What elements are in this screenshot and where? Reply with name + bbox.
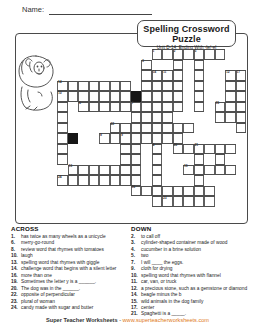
- grid-gap: [141, 144, 152, 155]
- clue-text: candy made with sugar and butter: [21, 305, 123, 311]
- grid-gap: [236, 144, 247, 155]
- cell-number: 4: [152, 143, 154, 147]
- page-title: Spelling Crossword Puzzle: [138, 24, 235, 44]
- cell-number: 7: [131, 101, 133, 105]
- puzzle-cell[interactable]: [131, 112, 142, 123]
- cell-number: 1: [152, 49, 154, 53]
- grid-gap: [89, 196, 100, 207]
- grid-gap: [236, 154, 247, 165]
- cell-number: 22: [110, 122, 114, 126]
- puzzle-cell[interactable]: 11: [162, 70, 173, 81]
- grid-gap: [236, 49, 247, 60]
- puzzle-cell[interactable]: [57, 144, 68, 155]
- grid-gap: [215, 70, 226, 81]
- puzzle-cell[interactable]: 15: [215, 102, 226, 113]
- puzzle-cell[interactable]: 5: [194, 49, 205, 60]
- grid-gap: [99, 186, 110, 197]
- puzzle-cell[interactable]: 12: [225, 70, 236, 81]
- worksheet-page: { "worksheet": { "name_label": "Name:", …: [0, 0, 255, 330]
- puzzle-cell[interactable]: [215, 165, 226, 176]
- puzzle-cell[interactable]: [152, 196, 163, 207]
- puzzle-cell[interactable]: [173, 186, 184, 197]
- black-cell: [68, 133, 79, 144]
- clue-number: 24.: [11, 305, 21, 311]
- puzzle-cell[interactable]: [194, 186, 205, 197]
- grid-gap: [57, 70, 68, 81]
- footer: Super Teacher Worksheets - www.superteac…: [0, 317, 255, 323]
- grid-gap: [141, 154, 152, 165]
- puzzle-cell[interactable]: [120, 154, 131, 165]
- puzzle-cell[interactable]: [120, 81, 131, 92]
- puzzle-cell[interactable]: [141, 70, 152, 81]
- cell-number: 21: [194, 143, 198, 147]
- grid-gap: [78, 186, 89, 197]
- grid-gap: [183, 112, 194, 123]
- grid-gap: [78, 144, 89, 155]
- grid-gap: [141, 196, 152, 207]
- puzzle-cell[interactable]: 23: [162, 196, 173, 207]
- puzzle-cell[interactable]: [110, 91, 121, 102]
- grid-gap: [57, 49, 68, 60]
- grid-gap: [204, 81, 215, 92]
- puzzle-cell[interactable]: [183, 49, 194, 60]
- cell-number: 19: [184, 164, 188, 168]
- grid-gap: [225, 49, 236, 60]
- grid-gap: [173, 165, 184, 176]
- puzzle-cell[interactable]: [152, 81, 163, 92]
- puzzle-cell[interactable]: [152, 186, 163, 197]
- puzzle-cell[interactable]: [215, 112, 226, 123]
- puzzle-cell[interactable]: [110, 102, 121, 113]
- grid-gap: [141, 49, 152, 60]
- puzzle-cell[interactable]: [120, 175, 131, 186]
- puzzle-cell[interactable]: [173, 133, 184, 144]
- puzzle-cell[interactable]: [173, 81, 184, 92]
- grid-gap: [225, 196, 236, 207]
- grid-gap: [215, 133, 226, 144]
- grid-gap: [215, 175, 226, 186]
- puzzle-cell[interactable]: [99, 165, 110, 176]
- grid-gap: [183, 175, 194, 186]
- puzzle-cell[interactable]: [194, 60, 205, 71]
- puzzle-cell[interactable]: [204, 196, 215, 207]
- puzzle-cell[interactable]: [173, 123, 184, 134]
- cell-number: 8: [100, 133, 102, 137]
- grid-gap: [110, 49, 121, 60]
- puzzle-cell[interactable]: 22: [110, 123, 121, 134]
- down-clues: DOWN 2.to call off3.cylinder-shaped cont…: [131, 225, 249, 318]
- across-clues: ACROSS 1.has twice as many wheels as a u…: [11, 225, 123, 311]
- puzzle-cell[interactable]: [173, 102, 184, 113]
- grid-gap: [110, 112, 121, 123]
- grid-gap: [57, 196, 68, 207]
- grid-gap: [183, 91, 194, 102]
- grid-gap: [215, 123, 226, 134]
- puzzle-cell[interactable]: [68, 91, 79, 102]
- puzzle-cell[interactable]: [215, 154, 226, 165]
- grid-gap: [78, 49, 89, 60]
- grid-gap: [204, 112, 215, 123]
- puzzle-cell[interactable]: [162, 102, 173, 113]
- puzzle-cell[interactable]: [183, 123, 194, 134]
- cell-number: 10: [58, 91, 62, 95]
- puzzle-cell[interactable]: [141, 102, 152, 113]
- puzzle-cell[interactable]: [131, 165, 142, 176]
- puzzle-cell[interactable]: [194, 165, 205, 176]
- grid-gap: [89, 144, 100, 155]
- puzzle-cell[interactable]: [89, 81, 100, 92]
- puzzle-cell[interactable]: 17: [236, 70, 247, 81]
- puzzle-cell[interactable]: [236, 123, 247, 134]
- puzzle-cell[interactable]: [194, 196, 205, 207]
- grid-gap: [173, 112, 184, 123]
- puzzle-cell[interactable]: [173, 91, 184, 102]
- puzzle-cell[interactable]: 3: [141, 60, 152, 71]
- grid-gap: [131, 196, 142, 207]
- cell-number: 6: [79, 101, 81, 105]
- puzzle-cell[interactable]: 4: [152, 144, 163, 155]
- puzzle-cell[interactable]: [236, 102, 247, 113]
- puzzle-cell[interactable]: [131, 144, 142, 155]
- cell-number: 3: [142, 59, 144, 63]
- grid-gap: [183, 154, 194, 165]
- puzzle-cell[interactable]: [225, 112, 236, 123]
- grid-gap: [110, 196, 121, 207]
- grid-gap: [99, 196, 110, 207]
- puzzle-cell[interactable]: [183, 196, 194, 207]
- puzzle-cell[interactable]: [215, 49, 226, 60]
- cell-number: 23: [163, 196, 167, 200]
- grid-gap: [89, 60, 100, 71]
- grid-gap: [141, 175, 152, 186]
- grid-gap: [204, 60, 215, 71]
- grid-gap: [225, 133, 236, 144]
- grid-gap: [120, 186, 131, 197]
- grid-gap: [215, 81, 226, 92]
- puzzle-cell[interactable]: [131, 154, 142, 165]
- grid-gap: [57, 186, 68, 197]
- puzzle-cell[interactable]: [152, 154, 163, 165]
- grid-gap: [225, 123, 236, 134]
- puzzle-cell[interactable]: [120, 91, 131, 102]
- puzzle-cell[interactable]: [141, 123, 152, 134]
- puzzle-cell[interactable]: 7: [131, 102, 142, 113]
- grid-gap: [57, 60, 68, 71]
- puzzle-cell[interactable]: [120, 102, 131, 113]
- grid-gap: [204, 133, 215, 144]
- grid-gap: [89, 49, 100, 60]
- puzzle-cell[interactable]: [162, 133, 173, 144]
- grid-gap: [131, 49, 142, 60]
- grid-gap: [236, 175, 247, 186]
- puzzle-cell[interactable]: [236, 81, 247, 92]
- grid-gap: [183, 102, 194, 113]
- puzzle-cell[interactable]: [99, 175, 110, 186]
- grid-gap: [162, 154, 173, 165]
- puzzle-cell[interactable]: 24: [57, 175, 68, 186]
- puzzle-cell[interactable]: [131, 175, 142, 186]
- puzzle-cell[interactable]: [152, 102, 163, 113]
- puzzle-cell[interactable]: 8: [99, 133, 110, 144]
- grid-gap: [183, 81, 194, 92]
- puzzle-cell[interactable]: [204, 49, 215, 60]
- grid-gap: [215, 186, 226, 197]
- puzzle-cell[interactable]: [78, 175, 89, 186]
- grid-gap: [78, 133, 89, 144]
- puzzle-cell[interactable]: [162, 123, 173, 134]
- puzzle-cell[interactable]: [57, 154, 68, 165]
- puzzle-cell[interactable]: [194, 154, 205, 165]
- puzzle-cell[interactable]: [131, 123, 142, 134]
- grid-gap: [110, 186, 121, 197]
- puzzle-cell[interactable]: [120, 165, 131, 176]
- puzzle-cell[interactable]: [120, 123, 131, 134]
- black-cell: [131, 91, 142, 102]
- grid-gap: [204, 175, 215, 186]
- puzzle-cell[interactable]: 16: [131, 186, 142, 197]
- puzzle-cell[interactable]: [141, 81, 152, 92]
- grid-gap: [236, 196, 247, 207]
- grid-gap: [99, 70, 110, 81]
- puzzle-cell[interactable]: 19: [183, 165, 194, 176]
- grid-gap: [78, 112, 89, 123]
- grid-gap: [162, 144, 173, 155]
- puzzle-cell[interactable]: [78, 81, 89, 92]
- grid-gap: [99, 123, 110, 134]
- puzzle-cell[interactable]: [173, 196, 184, 207]
- puzzle-cell[interactable]: [194, 81, 205, 92]
- cell-number: 5: [194, 49, 196, 53]
- grid-gap: [68, 186, 79, 197]
- grid-gap: [162, 60, 173, 71]
- grid-gap: [110, 154, 121, 165]
- grid-gap: [236, 165, 247, 176]
- cell-number: 9: [121, 133, 123, 137]
- puzzle-cell[interactable]: [225, 102, 236, 113]
- grid-gap: [120, 196, 131, 207]
- puzzle-cell[interactable]: [78, 165, 89, 176]
- grid-gap: [183, 60, 194, 71]
- cell-number: 11: [163, 70, 167, 74]
- grid-gap: [68, 112, 79, 123]
- grid-gap: [204, 91, 215, 102]
- puzzle-cell[interactable]: [225, 144, 236, 155]
- puzzle-cell[interactable]: [57, 133, 68, 144]
- puzzle-cell[interactable]: [162, 49, 173, 60]
- down-header: DOWN: [131, 225, 249, 232]
- puzzle-cell[interactable]: [162, 186, 173, 197]
- crossword-grid: 125314111217141067152289420211319241623: [57, 49, 247, 207]
- puzzle-cell[interactable]: [173, 70, 184, 81]
- grid-gap: [68, 123, 79, 134]
- grid-gap: [68, 70, 79, 81]
- puzzle-cell[interactable]: 9: [120, 133, 131, 144]
- puzzle-cell[interactable]: [215, 144, 226, 155]
- cell-number: 24: [58, 175, 62, 179]
- grid-gap: [194, 123, 205, 134]
- puzzle-cell[interactable]: [152, 133, 163, 144]
- puzzle-cell[interactable]: 13: [68, 165, 79, 176]
- title-box: Spelling Crossword Puzzle Unit D-14: End…: [137, 20, 236, 47]
- puzzle-cell[interactable]: [152, 91, 163, 102]
- puzzle-cell[interactable]: [204, 186, 215, 197]
- puzzle-cell[interactable]: [194, 70, 205, 81]
- grid-gap: [183, 70, 194, 81]
- grid-gap: [225, 60, 236, 71]
- grid-gap: [162, 175, 173, 186]
- grid-gap: [215, 60, 226, 71]
- puzzle-cell[interactable]: 6: [78, 102, 89, 113]
- puzzle-cell[interactable]: [225, 165, 236, 176]
- name-label: Name:: [22, 5, 44, 14]
- grid-gap: [183, 133, 194, 144]
- puzzle-cell[interactable]: 14: [152, 70, 163, 81]
- puzzle-cell[interactable]: [120, 144, 131, 155]
- puzzle-cell[interactable]: [141, 91, 152, 102]
- grid-gap: [173, 175, 184, 186]
- grid-gap: [225, 186, 236, 197]
- grid-gap: [89, 123, 100, 134]
- puzzle-cell[interactable]: [183, 186, 194, 197]
- puzzle-cell[interactable]: [99, 102, 110, 113]
- cell-number: 15: [215, 101, 219, 105]
- puzzle-cell[interactable]: 14: [57, 81, 68, 92]
- grid-gap: [131, 70, 142, 81]
- grid-gap: [68, 144, 79, 155]
- puzzle-cell[interactable]: [141, 133, 152, 144]
- cell-number: 20: [173, 143, 177, 147]
- grid-gap: [89, 133, 100, 144]
- puzzle-cell[interactable]: [236, 91, 247, 102]
- cell-number: 13: [68, 164, 72, 168]
- puzzle-cell[interactable]: [225, 81, 236, 92]
- puzzle-cell[interactable]: [152, 112, 163, 123]
- puzzle-cell[interactable]: [162, 81, 173, 92]
- puzzle-cell[interactable]: [57, 112, 68, 123]
- puzzle-cell[interactable]: [183, 144, 194, 155]
- grid-gap: [120, 112, 131, 123]
- cell-number: 14: [152, 70, 156, 74]
- puzzle-cell[interactable]: [141, 112, 152, 123]
- puzzle-cell[interactable]: [236, 112, 247, 123]
- name-input-line[interactable]: [49, 13, 152, 15]
- puzzle-cell[interactable]: [204, 165, 215, 176]
- grid-gap: [162, 165, 173, 176]
- grid-gap: [152, 60, 163, 71]
- grid-gap: [89, 154, 100, 165]
- grid-gap: [78, 60, 89, 71]
- puzzle-cell[interactable]: 1: [152, 49, 163, 60]
- footer-brand: Super Teacher Worksheets: [46, 317, 118, 323]
- grid-gap: [78, 123, 89, 134]
- grid-gap: [173, 154, 184, 165]
- puzzle-cell[interactable]: [162, 112, 173, 123]
- puzzle-cell[interactable]: 10: [57, 91, 68, 102]
- grid-gap: [120, 70, 131, 81]
- grid-gap: [99, 49, 110, 60]
- grid-gap: [99, 154, 110, 165]
- puzzle-cell[interactable]: [204, 144, 215, 155]
- puzzle-cell[interactable]: [110, 81, 121, 92]
- puzzle-cell[interactable]: [89, 102, 100, 113]
- puzzle-cell[interactable]: [152, 123, 163, 134]
- puzzle-cell[interactable]: [68, 175, 79, 186]
- grid-gap: [141, 165, 152, 176]
- puzzle-cell[interactable]: [141, 186, 152, 197]
- grid-gap: [215, 196, 226, 207]
- grid-gap: [131, 60, 142, 71]
- grid-gap: [120, 49, 131, 60]
- cell-number: 16: [131, 185, 135, 189]
- grid-gap: [204, 70, 215, 81]
- puzzle-cell[interactable]: [57, 102, 68, 113]
- cell-number: 12: [226, 70, 230, 74]
- grid-gap: [215, 91, 226, 102]
- puzzle-cell[interactable]: [57, 123, 68, 134]
- puzzle-cell[interactable]: 21: [194, 144, 205, 155]
- grid-gap: [99, 60, 110, 71]
- grid-gap: [225, 175, 236, 186]
- grid-gap: [68, 154, 79, 165]
- puzzle-cell[interactable]: [89, 91, 100, 102]
- puzzle-cell[interactable]: [89, 175, 100, 186]
- across-header: ACROSS: [11, 225, 123, 232]
- grid-gap: [89, 186, 100, 197]
- puzzle-cell[interactable]: [194, 91, 205, 102]
- grid-gap: [110, 60, 121, 71]
- puzzle-cell[interactable]: [68, 81, 79, 92]
- grid-gap: [99, 144, 110, 155]
- grid-gap: [120, 60, 131, 71]
- grid-gap: [68, 49, 79, 60]
- puzzle-cell[interactable]: [110, 133, 121, 144]
- puzzle-cell[interactable]: [99, 91, 110, 102]
- grid-gap: [68, 196, 79, 207]
- grid-gap: [194, 133, 205, 144]
- puzzle-cell[interactable]: [194, 175, 205, 186]
- grid-gap: [110, 70, 121, 81]
- grid-gap: [89, 70, 100, 81]
- puzzle-cell[interactable]: [225, 91, 236, 102]
- puzzle-cell[interactable]: [194, 102, 205, 113]
- grid-gap: [57, 165, 68, 176]
- puzzle-cell[interactable]: 2: [173, 49, 184, 60]
- puzzle-cell[interactable]: [152, 175, 163, 186]
- grid-gap: [68, 60, 79, 71]
- puzzle-cell[interactable]: 20: [173, 144, 184, 155]
- footer-url[interactable]: www.superteacherworksheets.com: [123, 317, 209, 323]
- grid-gap: [89, 112, 100, 123]
- grid-gap: [78, 70, 89, 81]
- grid-gap: [110, 144, 121, 155]
- cell-number: 17: [236, 70, 240, 74]
- puzzle-cell[interactable]: [152, 165, 163, 176]
- puzzle-cell[interactable]: [162, 91, 173, 102]
- grid-gap: [131, 81, 142, 92]
- puzzle-cell[interactable]: [131, 133, 142, 144]
- grid-gap: [99, 112, 110, 123]
- grid-gap: [204, 154, 215, 165]
- puzzle-cell[interactable]: [78, 91, 89, 102]
- puzzle-cell[interactable]: [110, 165, 121, 176]
- grid-gap: [236, 186, 247, 197]
- dog-cartoon-icon: [16, 52, 58, 116]
- puzzle-cell[interactable]: [99, 81, 110, 92]
- puzzle-cell[interactable]: [173, 60, 184, 71]
- puzzle-cell[interactable]: [89, 165, 100, 176]
- grid-gap: [68, 102, 79, 113]
- puzzle-cell[interactable]: [110, 175, 121, 186]
